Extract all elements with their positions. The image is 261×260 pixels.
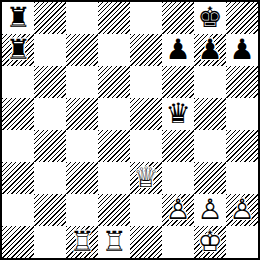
piece-white-pawn: ♟♙: [226, 194, 258, 226]
square-e6[interactable]: [130, 66, 162, 98]
square-d4[interactable]: [98, 130, 130, 162]
square-h7[interactable]: ♟: [226, 34, 258, 66]
square-g7[interactable]: ♟: [194, 34, 226, 66]
square-b5[interactable]: [34, 98, 66, 130]
square-f8[interactable]: [162, 2, 194, 34]
piece-black-pawn: ♟: [226, 34, 258, 66]
square-h8[interactable]: [226, 2, 258, 34]
square-h2[interactable]: ♟♙: [226, 194, 258, 226]
square-b7[interactable]: [34, 34, 66, 66]
square-e3[interactable]: ♛♕: [130, 162, 162, 194]
square-c4[interactable]: [66, 130, 98, 162]
square-c2[interactable]: [66, 194, 98, 226]
piece-black-pawn: ♟: [194, 34, 226, 66]
square-f4[interactable]: [162, 130, 194, 162]
square-d1[interactable]: ♜♖: [98, 226, 130, 258]
square-g5[interactable]: [194, 98, 226, 130]
square-a2[interactable]: [2, 194, 34, 226]
square-g8[interactable]: ♚: [194, 2, 226, 34]
square-e7[interactable]: [130, 34, 162, 66]
square-d2[interactable]: [98, 194, 130, 226]
piece-white-pawn: ♟♙: [194, 194, 226, 226]
square-h5[interactable]: [226, 98, 258, 130]
piece-white-queen: ♛♕: [130, 162, 162, 194]
square-c7[interactable]: [66, 34, 98, 66]
square-g2[interactable]: ♟♙: [194, 194, 226, 226]
piece-white-rook: ♜♖: [98, 226, 130, 258]
square-d3[interactable]: [98, 162, 130, 194]
piece-black-rook: ♜: [2, 34, 34, 66]
square-e1[interactable]: [130, 226, 162, 258]
square-f5[interactable]: ♛: [162, 98, 194, 130]
square-e5[interactable]: [130, 98, 162, 130]
square-a7[interactable]: ♜: [2, 34, 34, 66]
square-f2[interactable]: ♟♙: [162, 194, 194, 226]
square-g3[interactable]: [194, 162, 226, 194]
piece-white-rook: ♜♖: [66, 226, 98, 258]
square-g6[interactable]: [194, 66, 226, 98]
square-e4[interactable]: [130, 130, 162, 162]
square-c1[interactable]: ♜♖: [66, 226, 98, 258]
square-d8[interactable]: [98, 2, 130, 34]
square-c5[interactable]: [66, 98, 98, 130]
piece-black-queen: ♛: [162, 98, 194, 130]
square-d7[interactable]: [98, 34, 130, 66]
square-a4[interactable]: [2, 130, 34, 162]
square-a8[interactable]: ♜: [2, 2, 34, 34]
square-g1[interactable]: ♚♔: [194, 226, 226, 258]
square-e2[interactable]: [130, 194, 162, 226]
square-g4[interactable]: [194, 130, 226, 162]
piece-black-king: ♚: [194, 2, 226, 34]
square-b4[interactable]: [34, 130, 66, 162]
square-b2[interactable]: [34, 194, 66, 226]
chess-board: ♜♚♜♟♟♟♛♛♕♟♙♟♙♟♙♜♖♜♖♚♔: [0, 0, 260, 260]
square-e8[interactable]: [130, 2, 162, 34]
square-d5[interactable]: [98, 98, 130, 130]
square-a5[interactable]: [2, 98, 34, 130]
square-b8[interactable]: [34, 2, 66, 34]
chess-diagram: ♜♚♜♟♟♟♛♛♕♟♙♟♙♟♙♜♖♜♖♚♔: [0, 0, 261, 260]
square-h6[interactable]: [226, 66, 258, 98]
square-f3[interactable]: [162, 162, 194, 194]
piece-white-pawn: ♟♙: [162, 194, 194, 226]
piece-black-pawn: ♟: [162, 34, 194, 66]
square-c3[interactable]: [66, 162, 98, 194]
square-h1[interactable]: [226, 226, 258, 258]
square-b1[interactable]: [34, 226, 66, 258]
square-h3[interactable]: [226, 162, 258, 194]
square-f6[interactable]: [162, 66, 194, 98]
piece-white-king: ♚♔: [194, 226, 226, 258]
square-c6[interactable]: [66, 66, 98, 98]
square-c8[interactable]: [66, 2, 98, 34]
square-d6[interactable]: [98, 66, 130, 98]
square-h4[interactable]: [226, 130, 258, 162]
piece-black-rook: ♜: [2, 2, 34, 34]
square-a6[interactable]: [2, 66, 34, 98]
square-b6[interactable]: [34, 66, 66, 98]
square-b3[interactable]: [34, 162, 66, 194]
square-f1[interactable]: [162, 226, 194, 258]
square-f7[interactable]: ♟: [162, 34, 194, 66]
square-a1[interactable]: [2, 226, 34, 258]
square-a3[interactable]: [2, 162, 34, 194]
